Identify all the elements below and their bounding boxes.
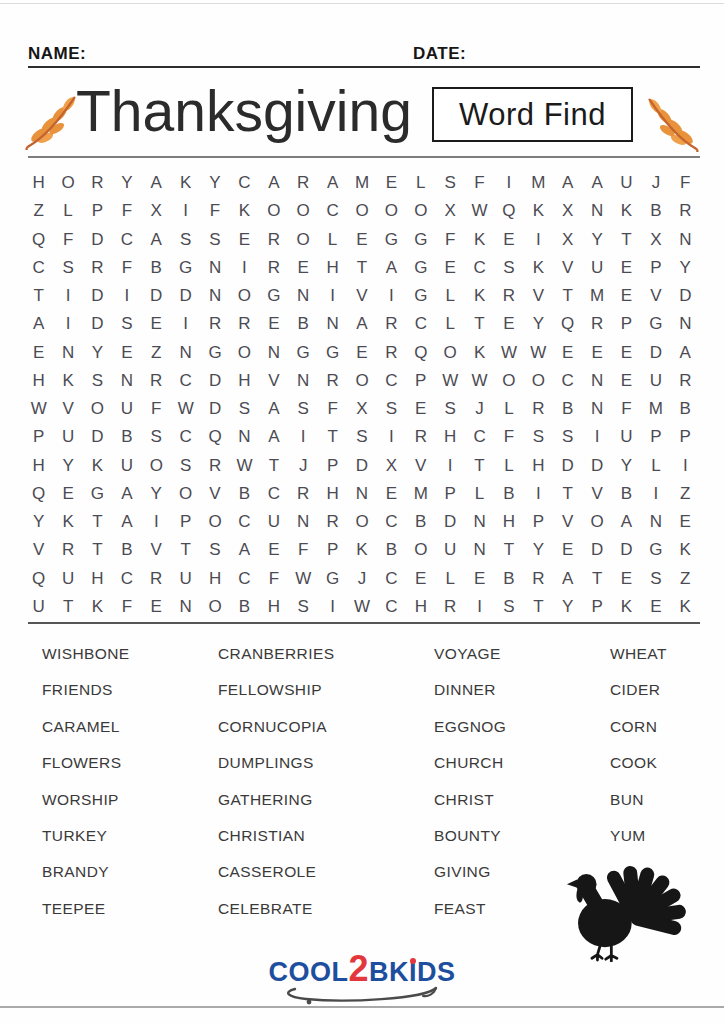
- grid-cell: R: [259, 226, 288, 254]
- grid-cell: S: [230, 395, 259, 423]
- logo-two: 2: [348, 948, 369, 989]
- grid-cell: E: [289, 254, 318, 282]
- leaf-sprig-left-icon: [24, 92, 80, 150]
- grid-cell: L: [465, 480, 494, 508]
- grid-cell: O: [582, 508, 611, 536]
- grid-cell: R: [83, 254, 112, 282]
- grid-cell: T: [53, 593, 82, 621]
- grid-cell: V: [553, 254, 582, 282]
- grid-cell: O: [347, 197, 376, 225]
- grid-cell: M: [582, 282, 611, 310]
- grid-cell: E: [347, 339, 376, 367]
- grid-cell: A: [671, 339, 700, 367]
- grid-cell: R: [200, 452, 229, 480]
- grid-cell: U: [53, 423, 82, 451]
- grid-cell: N: [171, 593, 200, 621]
- word-list-column-1: WISHBONEFRIENDSCARAMELFLOWERSWORSHIPTURK…: [42, 645, 130, 936]
- grid-cell: S: [289, 395, 318, 423]
- grid-cell: F: [142, 395, 171, 423]
- grid-cell: U: [612, 169, 641, 197]
- word-find-badge: Word Find: [432, 87, 633, 142]
- grid-cell: N: [465, 508, 494, 536]
- word-list-column-2: CRANBERRIESFELLOWSHIPCORNUCOPIADUMPLINGS…: [218, 645, 334, 936]
- grid-cell: S: [377, 395, 406, 423]
- worksheet-page: NAME: DATE: Thanksgiving Word Find: [0, 0, 724, 1024]
- grid-cell: T: [83, 508, 112, 536]
- grid-cell: V: [24, 536, 53, 564]
- grid-cell: H: [83, 565, 112, 593]
- grid-cell: Z: [671, 480, 700, 508]
- word-item: GATHERING: [218, 791, 334, 827]
- grid-cell: I: [289, 423, 318, 451]
- grid-cell: V: [200, 480, 229, 508]
- grid-cell: O: [53, 169, 82, 197]
- grid-cell: N: [289, 367, 318, 395]
- grid-cell: L: [494, 395, 523, 423]
- grid-cell: I: [230, 254, 259, 282]
- grid-cell: Q: [494, 197, 523, 225]
- grid-cell: N: [259, 339, 288, 367]
- word-item: WHEAT: [610, 645, 667, 681]
- grid-cell: Y: [83, 339, 112, 367]
- grid-cell: Q: [24, 480, 53, 508]
- grid-cell: P: [582, 593, 611, 621]
- name-date-writing-line: [28, 66, 700, 68]
- grid-cell: G: [318, 339, 347, 367]
- grid-cell: E: [347, 226, 376, 254]
- grid-cell: I: [53, 310, 82, 338]
- grid-cell: V: [553, 508, 582, 536]
- word-item: BRANDY: [42, 863, 130, 899]
- grid-cell: W: [435, 367, 464, 395]
- grid-cell: A: [553, 565, 582, 593]
- grid-cell: E: [142, 310, 171, 338]
- grid-cell: R: [259, 254, 288, 282]
- grid-cell: M: [641, 395, 670, 423]
- grid-cell: I: [435, 452, 464, 480]
- grid-cell: S: [435, 395, 464, 423]
- grid-cell: L: [435, 282, 464, 310]
- grid-cell: O: [259, 197, 288, 225]
- grid-cell: S: [641, 565, 670, 593]
- grid-cell: K: [171, 169, 200, 197]
- grid-cell: D: [582, 452, 611, 480]
- grid-cell: S: [494, 254, 523, 282]
- grid-cell: I: [377, 282, 406, 310]
- grid-cell: D: [347, 452, 376, 480]
- grid-cell: D: [83, 226, 112, 254]
- grid-cell: C: [112, 565, 141, 593]
- grid-cell: S: [200, 536, 229, 564]
- grid-cell: H: [24, 452, 53, 480]
- grid-cell: Y: [582, 226, 611, 254]
- grid-cell: U: [612, 423, 641, 451]
- grid-cell: O: [230, 339, 259, 367]
- grid-cell: O: [406, 536, 435, 564]
- grid-cell: O: [377, 197, 406, 225]
- grid-cell: O: [83, 395, 112, 423]
- grid-cell: G: [377, 226, 406, 254]
- grid-cell: R: [406, 423, 435, 451]
- grid-cell: Z: [24, 197, 53, 225]
- grid-cell: O: [289, 226, 318, 254]
- grid-separator-line: [28, 622, 700, 624]
- grid-cell: B: [671, 395, 700, 423]
- grid-cell: Y: [671, 254, 700, 282]
- grid-cell: K: [612, 593, 641, 621]
- grid-cell: N: [53, 339, 82, 367]
- grid-cell: D: [171, 282, 200, 310]
- grid-cell: E: [553, 536, 582, 564]
- grid-cell: F: [200, 197, 229, 225]
- word-item: CHRISTIAN: [218, 827, 334, 863]
- grid-cell: E: [435, 254, 464, 282]
- word-item: CORNUCOPIA: [218, 718, 334, 754]
- grid-cell: N: [582, 367, 611, 395]
- grid-cell: N: [582, 197, 611, 225]
- grid-cell: E: [406, 395, 435, 423]
- grid-cell: Y: [524, 310, 553, 338]
- grid-cell: H: [259, 593, 288, 621]
- grid-cell: Q: [24, 565, 53, 593]
- grid-cell: L: [53, 197, 82, 225]
- grid-cell: A: [612, 508, 641, 536]
- grid-cell: A: [347, 310, 376, 338]
- grid-cell: P: [406, 367, 435, 395]
- grid-cell: T: [494, 536, 523, 564]
- grid-cell: I: [524, 480, 553, 508]
- grid-cell: F: [612, 395, 641, 423]
- grid-cell: B: [641, 197, 670, 225]
- grid-cell: X: [435, 197, 464, 225]
- grid-cell: F: [112, 593, 141, 621]
- grid-cell: Y: [200, 169, 229, 197]
- word-item: WISHBONE: [42, 645, 130, 681]
- grid-cell: U: [641, 367, 670, 395]
- grid-cell: U: [53, 565, 82, 593]
- grid-cell: E: [612, 367, 641, 395]
- grid-cell: K: [465, 282, 494, 310]
- grid-cell: O: [289, 197, 318, 225]
- grid-cell: V: [347, 282, 376, 310]
- grid-cell: R: [318, 367, 347, 395]
- grid-cell: U: [112, 452, 141, 480]
- grid-cell: L: [641, 452, 670, 480]
- grid-cell: B: [494, 565, 523, 593]
- grid-cell: A: [377, 254, 406, 282]
- grid-cell: P: [641, 254, 670, 282]
- grid-cell: G: [406, 254, 435, 282]
- grid-cell: V: [259, 367, 288, 395]
- grid-cell: S: [200, 226, 229, 254]
- grid-cell: B: [406, 508, 435, 536]
- grid-cell: A: [259, 395, 288, 423]
- grid-cell: J: [465, 395, 494, 423]
- grid-cell: K: [465, 339, 494, 367]
- grid-cell: D: [83, 423, 112, 451]
- grid-cell: Q: [553, 310, 582, 338]
- grid-cell: E: [612, 282, 641, 310]
- grid-cell: I: [171, 197, 200, 225]
- grid-cell: V: [641, 282, 670, 310]
- grid-cell: A: [259, 169, 288, 197]
- grid-cell: W: [347, 593, 376, 621]
- header-separator-line: [28, 156, 700, 158]
- word-item: CASSEROLE: [218, 863, 334, 899]
- grid-cell: I: [112, 282, 141, 310]
- grid-cell: R: [200, 310, 229, 338]
- grid-cell: F: [671, 169, 700, 197]
- grid-cell: K: [83, 452, 112, 480]
- grid-cell: Q: [24, 226, 53, 254]
- grid-cell: R: [582, 310, 611, 338]
- grid-cell: C: [377, 508, 406, 536]
- grid-cell: I: [53, 282, 82, 310]
- grid-cell: Y: [612, 452, 641, 480]
- grid-cell: N: [200, 282, 229, 310]
- grid-cell: C: [465, 423, 494, 451]
- word-item: FEAST: [434, 900, 506, 936]
- grid-cell: O: [347, 367, 376, 395]
- grid-cell: A: [142, 169, 171, 197]
- grid-cell: A: [112, 480, 141, 508]
- grid-cell: X: [553, 197, 582, 225]
- grid-cell: I: [171, 310, 200, 338]
- grid-cell: I: [377, 423, 406, 451]
- grid-cell: Q: [406, 339, 435, 367]
- grid-cell: I: [641, 480, 670, 508]
- grid-cell: S: [524, 423, 553, 451]
- grid-cell: T: [24, 282, 53, 310]
- grid-cell: W: [24, 395, 53, 423]
- grid-cell: S: [112, 310, 141, 338]
- grid-cell: G: [259, 282, 288, 310]
- grid-cell: C: [377, 565, 406, 593]
- grid-cell: U: [112, 395, 141, 423]
- word-item: TEEPEE: [42, 900, 130, 936]
- grid-cell: F: [112, 254, 141, 282]
- grid-cell: O: [524, 367, 553, 395]
- word-find-badge-label: Word Find: [459, 97, 606, 133]
- grid-cell: I: [524, 226, 553, 254]
- date-label: DATE:: [413, 44, 466, 64]
- grid-cell: N: [318, 310, 347, 338]
- leaf-sprig-right-icon: [644, 94, 700, 152]
- grid-cell: T: [465, 452, 494, 480]
- grid-cell: G: [289, 339, 318, 367]
- grid-cell: W: [171, 395, 200, 423]
- grid-cell: E: [465, 565, 494, 593]
- grid-cell: E: [641, 593, 670, 621]
- grid-cell: U: [24, 593, 53, 621]
- word-item: CRANBERRIES: [218, 645, 334, 681]
- grid-cell: N: [112, 367, 141, 395]
- word-item: CELEBRATE: [218, 900, 334, 936]
- grid-cell: N: [465, 536, 494, 564]
- grid-cell: L: [318, 226, 347, 254]
- turkey-icon: [566, 862, 690, 962]
- grid-cell: S: [553, 423, 582, 451]
- grid-cell: P: [318, 452, 347, 480]
- grid-cell: N: [582, 395, 611, 423]
- word-item: YUM: [610, 827, 667, 863]
- grid-cell: R: [377, 310, 406, 338]
- grid-cell: H: [24, 367, 53, 395]
- grid-cell: I: [465, 593, 494, 621]
- word-list-column-3: VOYAGEDINNEREGGNOGCHURCHCHRISTBOUNTYGIVI…: [434, 645, 506, 936]
- word-item: DINNER: [434, 681, 506, 717]
- logo-cool: COOL: [268, 957, 348, 987]
- grid-cell: B: [230, 593, 259, 621]
- grid-cell: E: [142, 593, 171, 621]
- grid-cell: J: [347, 565, 376, 593]
- grid-cell: G: [406, 226, 435, 254]
- grid-cell: T: [259, 452, 288, 480]
- grid-cell: E: [612, 254, 641, 282]
- grid-cell: S: [289, 593, 318, 621]
- grid-cell: E: [612, 339, 641, 367]
- cool2bkids-logo: COOL2BKIDS: [0, 951, 724, 1006]
- grid-cell: S: [83, 367, 112, 395]
- grid-cell: T: [524, 593, 553, 621]
- word-item: VOYAGE: [434, 645, 506, 681]
- grid-cell: E: [612, 565, 641, 593]
- grid-cell: N: [171, 339, 200, 367]
- name-label: NAME:: [28, 44, 86, 64]
- grid-cell: H: [318, 480, 347, 508]
- word-item: TURKEY: [42, 827, 130, 863]
- grid-cell: C: [377, 593, 406, 621]
- grid-cell: X: [641, 226, 670, 254]
- grid-cell: S: [53, 254, 82, 282]
- grid-cell: O: [142, 452, 171, 480]
- grid-cell: S: [171, 452, 200, 480]
- grid-cell: O: [435, 339, 464, 367]
- grid-cell: B: [230, 480, 259, 508]
- word-item: WORSHIP: [42, 791, 130, 827]
- grid-cell: G: [83, 480, 112, 508]
- grid-cell: N: [230, 423, 259, 451]
- grid-cell: R: [671, 197, 700, 225]
- grid-cell: R: [230, 310, 259, 338]
- grid-cell: K: [230, 197, 259, 225]
- grid-cell: F: [465, 169, 494, 197]
- grid-cell: C: [553, 367, 582, 395]
- grid-cell: J: [641, 169, 670, 197]
- grid-cell: I: [494, 169, 523, 197]
- grid-cell: F: [318, 395, 347, 423]
- word-item: CHURCH: [434, 754, 506, 790]
- grid-cell: E: [377, 169, 406, 197]
- grid-cell: N: [347, 480, 376, 508]
- grid-cell: C: [318, 197, 347, 225]
- logo-ds: DS: [417, 957, 456, 987]
- grid-cell: X: [553, 226, 582, 254]
- word-item: CORN: [610, 718, 667, 754]
- grid-cell: T: [83, 536, 112, 564]
- grid-cell: A: [553, 169, 582, 197]
- grid-cell: A: [112, 508, 141, 536]
- grid-cell: K: [524, 197, 553, 225]
- grid-cell: K: [612, 197, 641, 225]
- grid-cell: X: [377, 452, 406, 480]
- grid-cell: T: [582, 565, 611, 593]
- word-item: FLOWERS: [42, 754, 130, 790]
- word-item: CARAMEL: [42, 718, 130, 754]
- grid-cell: V: [582, 480, 611, 508]
- grid-cell: K: [671, 593, 700, 621]
- grid-cell: C: [171, 423, 200, 451]
- grid-cell: F: [112, 197, 141, 225]
- grid-cell: E: [24, 339, 53, 367]
- grid-cell: D: [83, 282, 112, 310]
- word-item: COOK: [610, 754, 667, 790]
- grid-cell: O: [406, 197, 435, 225]
- grid-cell: R: [435, 593, 464, 621]
- word-item: BOUNTY: [434, 827, 506, 863]
- grid-cell: R: [289, 480, 318, 508]
- grid-cell: B: [142, 254, 171, 282]
- grid-cell: P: [171, 508, 200, 536]
- grid-cell: X: [347, 395, 376, 423]
- grid-cell: H: [230, 367, 259, 395]
- grid-cell: D: [612, 536, 641, 564]
- grid-cell: C: [230, 169, 259, 197]
- grid-cell: F: [53, 226, 82, 254]
- grid-cell: S: [142, 423, 171, 451]
- grid-cell: N: [671, 310, 700, 338]
- grid-cell: P: [612, 310, 641, 338]
- grid-cell: D: [200, 395, 229, 423]
- grid-cell: V: [524, 282, 553, 310]
- grid-cell: O: [347, 508, 376, 536]
- grid-cell: H: [406, 593, 435, 621]
- grid-cell: B: [289, 310, 318, 338]
- grid-cell: A: [142, 226, 171, 254]
- grid-cell: C: [230, 508, 259, 536]
- grid-cell: B: [494, 480, 523, 508]
- grid-cell: L: [406, 169, 435, 197]
- grid-cell: S: [171, 226, 200, 254]
- grid-cell: F: [435, 226, 464, 254]
- grid-cell: E: [494, 226, 523, 254]
- grid-cell: F: [259, 565, 288, 593]
- grid-cell: Z: [671, 565, 700, 593]
- grid-cell: T: [347, 254, 376, 282]
- grid-cell: D: [435, 508, 464, 536]
- grid-cell: B: [612, 480, 641, 508]
- grid-cell: B: [112, 536, 141, 564]
- grid-cell: E: [406, 565, 435, 593]
- letter-grid: HORYAKYCARAMELSFIMAAUJFZLPFXIFKOOCOOOXWQ…: [24, 169, 700, 621]
- grid-cell: C: [259, 480, 288, 508]
- word-item: BUN: [610, 791, 667, 827]
- grid-cell: H: [318, 254, 347, 282]
- grid-cell: E: [377, 480, 406, 508]
- grid-cell: E: [53, 480, 82, 508]
- grid-cell: F: [289, 536, 318, 564]
- grid-cell: O: [200, 593, 229, 621]
- grid-cell: B: [553, 395, 582, 423]
- logo-pencil-i: I: [409, 959, 417, 986]
- grid-cell: Y: [142, 480, 171, 508]
- grid-cell: E: [582, 339, 611, 367]
- grid-cell: K: [83, 593, 112, 621]
- grid-cell: R: [318, 508, 347, 536]
- word-list-column-4: WHEATCIDERCORNCOOKBUNYUM: [610, 645, 667, 863]
- grid-cell: K: [53, 508, 82, 536]
- grid-cell: B: [377, 536, 406, 564]
